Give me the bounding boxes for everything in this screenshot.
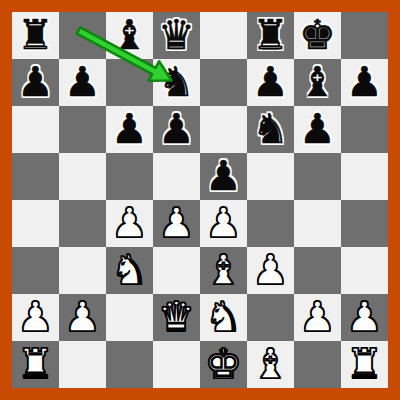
- black-pawn: ♟: [17, 59, 54, 106]
- black-pawn: ♟: [111, 106, 148, 153]
- square-b7[interactable]: ♟: [59, 59, 106, 106]
- square-c8[interactable]: ♝: [106, 12, 153, 59]
- white-pawn: ♟: [64, 294, 101, 341]
- square-b3[interactable]: [59, 247, 106, 294]
- white-bishop: ♝: [252, 341, 289, 388]
- square-e8[interactable]: [200, 12, 247, 59]
- white-pawn: ♟: [111, 200, 148, 247]
- square-a3[interactable]: [12, 247, 59, 294]
- square-h1[interactable]: ♜: [341, 341, 388, 388]
- black-rook: ♜: [17, 12, 54, 59]
- square-c2[interactable]: [106, 294, 153, 341]
- black-rook: ♜: [252, 12, 289, 59]
- square-e1[interactable]: ♚: [200, 341, 247, 388]
- black-bishop: ♝: [299, 59, 336, 106]
- square-b1[interactable]: [59, 341, 106, 388]
- square-f8[interactable]: ♜: [247, 12, 294, 59]
- white-pawn: ♟: [299, 294, 336, 341]
- white-knight: ♞: [205, 294, 242, 341]
- square-d6[interactable]: ♟: [153, 106, 200, 153]
- square-f1[interactable]: ♝: [247, 341, 294, 388]
- black-queen: ♛: [158, 12, 195, 59]
- square-g6[interactable]: ♟: [294, 106, 341, 153]
- white-pawn: ♟: [17, 294, 54, 341]
- board-frame: ♜♝♛♜♚♟♟♞♟♝♟♟♟♞♟♟♟♟♟♞♝♟♟♟♛♞♟♟♜♚♝♜: [0, 0, 400, 400]
- black-pawn: ♟: [252, 59, 289, 106]
- square-a2[interactable]: ♟: [12, 294, 59, 341]
- square-g2[interactable]: ♟: [294, 294, 341, 341]
- square-e4[interactable]: ♟: [200, 200, 247, 247]
- black-knight: ♞: [252, 106, 289, 153]
- square-c5[interactable]: [106, 153, 153, 200]
- square-f6[interactable]: ♞: [247, 106, 294, 153]
- square-g8[interactable]: ♚: [294, 12, 341, 59]
- black-pawn: ♟: [346, 59, 383, 106]
- square-b4[interactable]: [59, 200, 106, 247]
- square-g1[interactable]: [294, 341, 341, 388]
- square-d8[interactable]: ♛: [153, 12, 200, 59]
- white-pawn: ♟: [252, 247, 289, 294]
- square-d3[interactable]: [153, 247, 200, 294]
- square-c4[interactable]: ♟: [106, 200, 153, 247]
- square-g7[interactable]: ♝: [294, 59, 341, 106]
- white-knight: ♞: [111, 247, 148, 294]
- square-a6[interactable]: [12, 106, 59, 153]
- black-pawn: ♟: [205, 153, 242, 200]
- square-e6[interactable]: [200, 106, 247, 153]
- square-a5[interactable]: [12, 153, 59, 200]
- square-a8[interactable]: ♜: [12, 12, 59, 59]
- square-g3[interactable]: [294, 247, 341, 294]
- white-king: ♚: [205, 341, 242, 388]
- white-pawn: ♟: [346, 294, 383, 341]
- square-e7[interactable]: [200, 59, 247, 106]
- square-d2[interactable]: ♛: [153, 294, 200, 341]
- square-f4[interactable]: [247, 200, 294, 247]
- square-d1[interactable]: [153, 341, 200, 388]
- square-b8[interactable]: [59, 12, 106, 59]
- chess-board: ♜♝♛♜♚♟♟♞♟♝♟♟♟♞♟♟♟♟♟♞♝♟♟♟♛♞♟♟♜♚♝♜: [12, 12, 388, 388]
- square-e5[interactable]: ♟: [200, 153, 247, 200]
- square-e2[interactable]: ♞: [200, 294, 247, 341]
- square-d4[interactable]: ♟: [153, 200, 200, 247]
- square-h4[interactable]: [341, 200, 388, 247]
- black-bishop: ♝: [111, 12, 148, 59]
- square-h2[interactable]: ♟: [341, 294, 388, 341]
- square-h3[interactable]: [341, 247, 388, 294]
- square-b2[interactable]: ♟: [59, 294, 106, 341]
- white-queen: ♛: [158, 294, 195, 341]
- square-a1[interactable]: ♜: [12, 341, 59, 388]
- square-h5[interactable]: [341, 153, 388, 200]
- black-pawn: ♟: [299, 106, 336, 153]
- white-rook: ♜: [17, 341, 54, 388]
- black-king: ♚: [299, 12, 336, 59]
- square-c1[interactable]: [106, 341, 153, 388]
- square-h7[interactable]: ♟: [341, 59, 388, 106]
- black-pawn: ♟: [64, 59, 101, 106]
- square-h6[interactable]: [341, 106, 388, 153]
- square-f2[interactable]: [247, 294, 294, 341]
- white-rook: ♜: [346, 341, 383, 388]
- white-pawn: ♟: [158, 200, 195, 247]
- square-f7[interactable]: ♟: [247, 59, 294, 106]
- square-c6[interactable]: ♟: [106, 106, 153, 153]
- square-f3[interactable]: ♟: [247, 247, 294, 294]
- square-g5[interactable]: [294, 153, 341, 200]
- white-bishop: ♝: [205, 247, 242, 294]
- square-d7[interactable]: ♞: [153, 59, 200, 106]
- square-b5[interactable]: [59, 153, 106, 200]
- black-knight: ♞: [158, 59, 195, 106]
- square-f5[interactable]: [247, 153, 294, 200]
- square-a4[interactable]: [12, 200, 59, 247]
- square-d5[interactable]: [153, 153, 200, 200]
- square-a7[interactable]: ♟: [12, 59, 59, 106]
- square-b6[interactable]: [59, 106, 106, 153]
- square-c3[interactable]: ♞: [106, 247, 153, 294]
- square-c7[interactable]: [106, 59, 153, 106]
- square-h8[interactable]: [341, 12, 388, 59]
- square-g4[interactable]: [294, 200, 341, 247]
- square-e3[interactable]: ♝: [200, 247, 247, 294]
- black-pawn: ♟: [158, 106, 195, 153]
- white-pawn: ♟: [205, 200, 242, 247]
